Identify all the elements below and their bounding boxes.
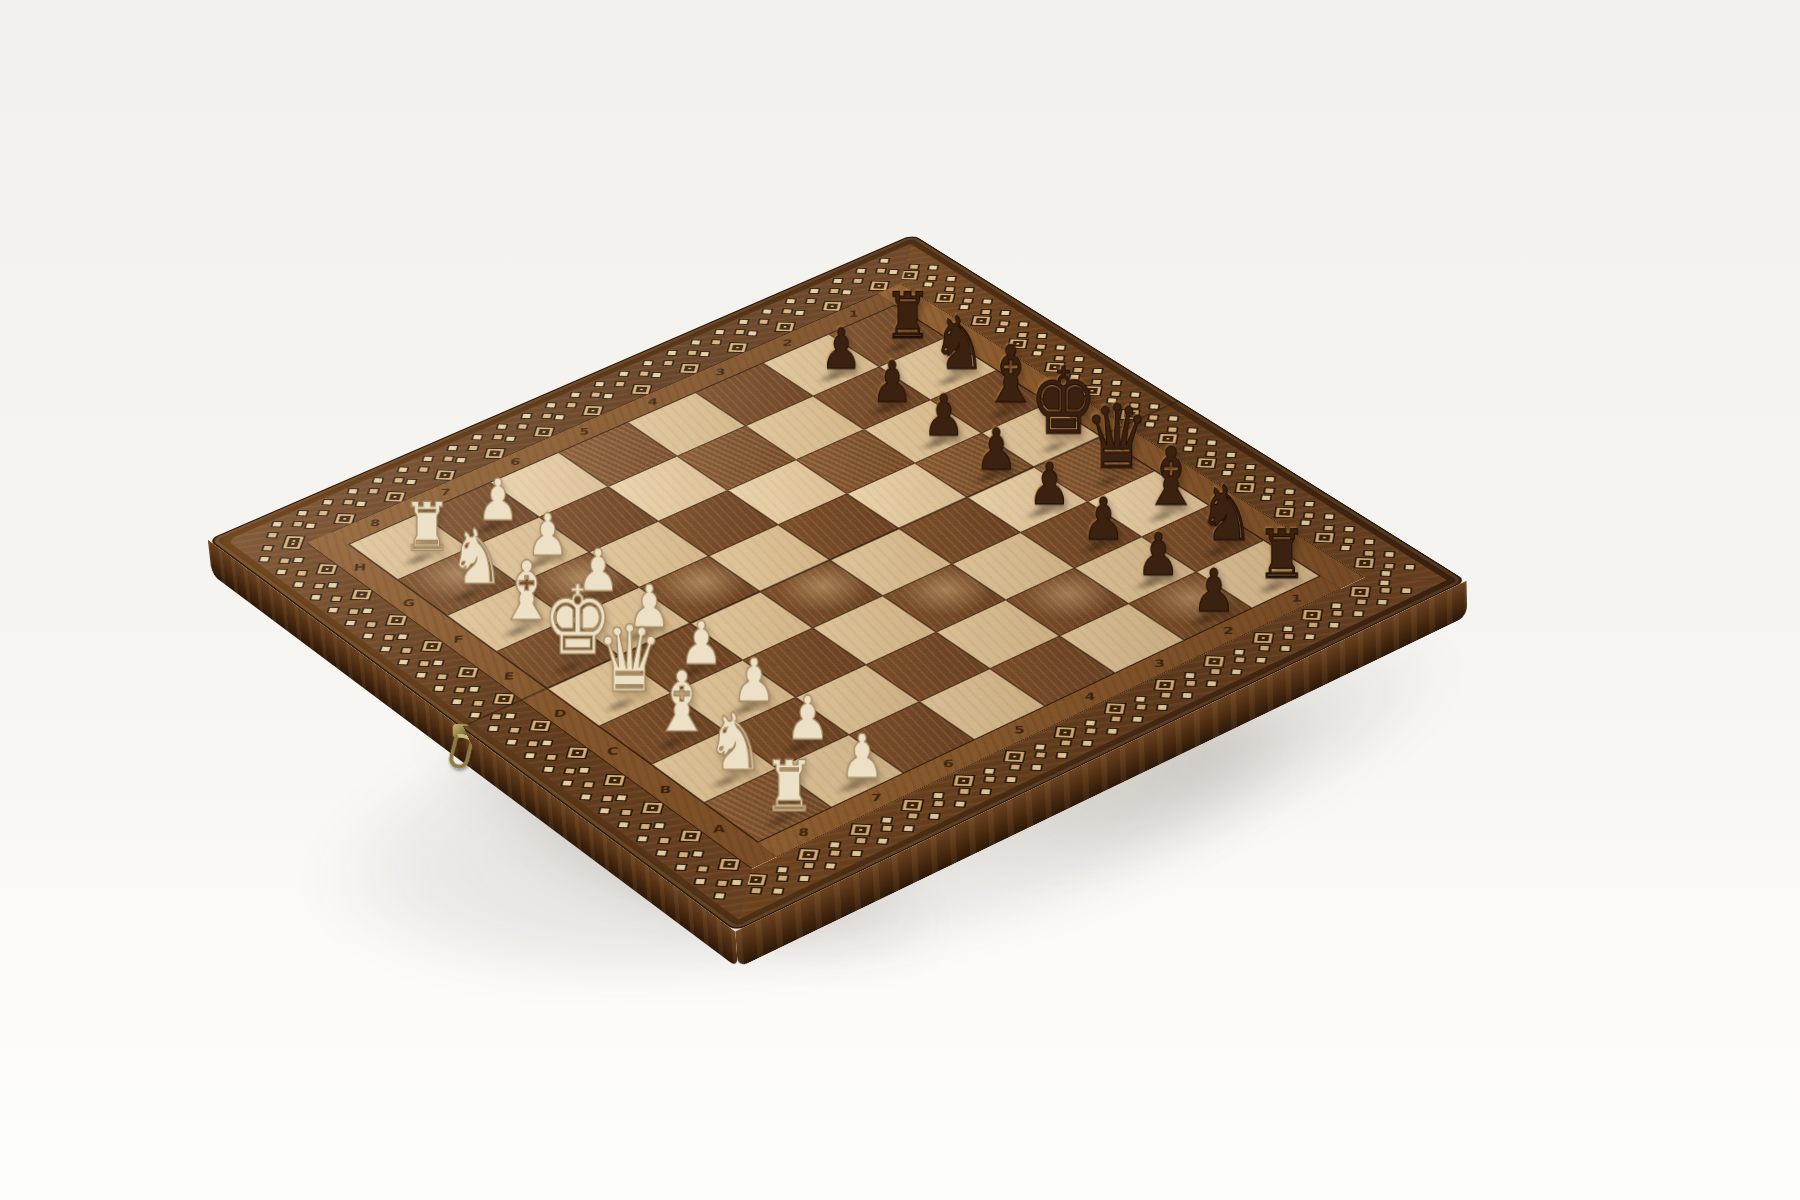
photo-background: 87654321 87654321 HGFEDCBA ♜♟♞♟♝♟♚♟♛♟♟♝♜…: [0, 0, 1800, 1200]
piece-black-pawn-a7[interactable]: ♟: [1172, 507, 1256, 621]
piece-white-rook-a1[interactable]: ♜: [746, 704, 833, 822]
